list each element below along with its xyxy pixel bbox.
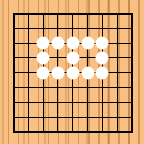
grid-line-horizontal <box>13 131 134 133</box>
grid-line-horizontal <box>13 87 134 88</box>
white-stone <box>66 37 79 50</box>
grid-line-vertical <box>131 13 133 134</box>
white-stone <box>96 51 109 64</box>
white-stone <box>96 37 109 50</box>
white-stone <box>96 66 109 79</box>
white-stone <box>81 37 94 50</box>
white-stone <box>37 51 50 64</box>
white-stone <box>37 37 50 50</box>
white-stone <box>66 66 79 79</box>
go-diagram <box>0 0 144 144</box>
go-board[interactable] <box>0 0 144 144</box>
white-stone <box>51 37 64 50</box>
grid-line-vertical <box>117 13 118 134</box>
grid-line-horizontal <box>13 117 134 118</box>
white-stone <box>66 51 79 64</box>
white-stone <box>81 66 94 79</box>
grid-line-horizontal <box>13 102 134 103</box>
white-stone <box>37 66 50 79</box>
white-stone <box>51 66 64 79</box>
